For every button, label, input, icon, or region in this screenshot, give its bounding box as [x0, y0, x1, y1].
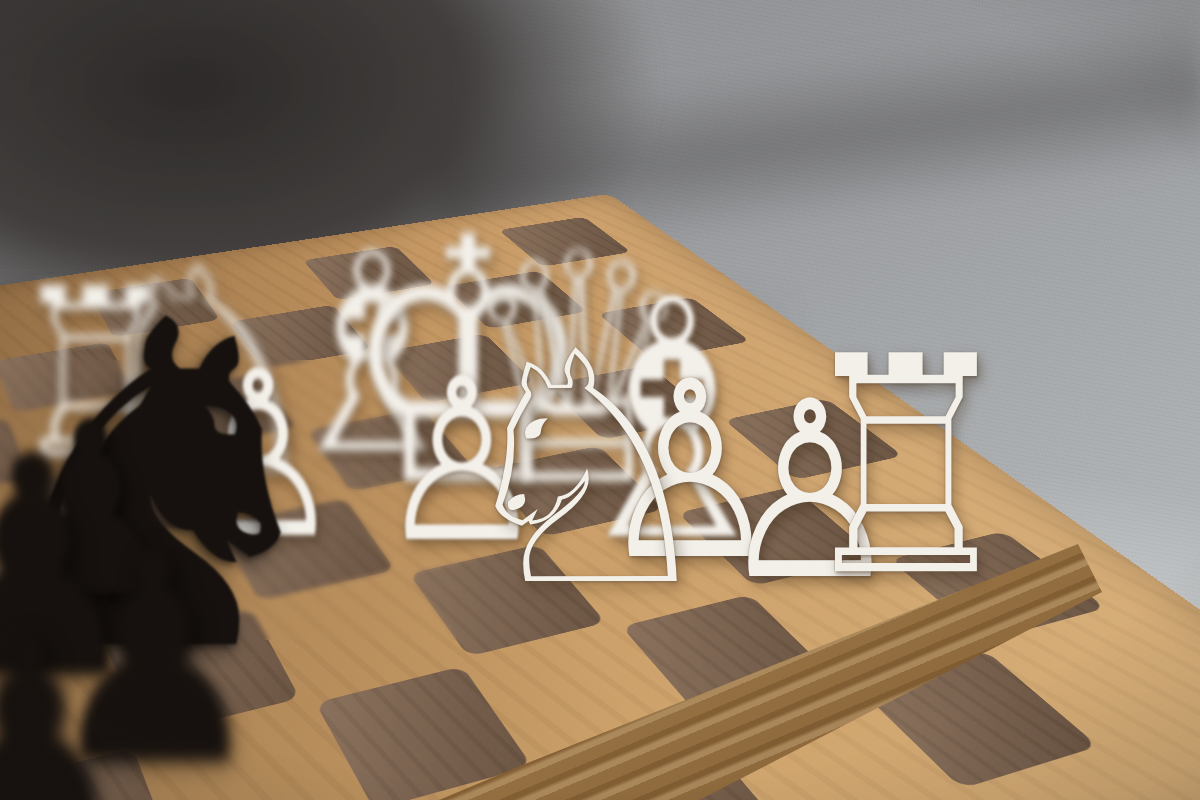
white-rook-a1[interactable]: ♖: [793, 318, 1019, 618]
white-knight-e4[interactable]: ♘: [443, 310, 730, 630]
black-pawn-h5[interactable]: ♟: [0, 602, 127, 800]
photo-scene: ♖♘♗♔♕♗♙♙♙♙♖♘♞♟♟♟♟: [0, 0, 1200, 800]
